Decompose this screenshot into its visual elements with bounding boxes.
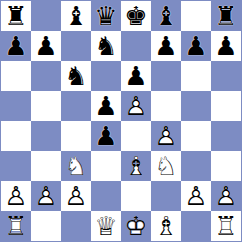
square-a7[interactable]: ♟ [1,31,31,61]
piece-glyph: ♟ [91,121,121,151]
square-e6[interactable]: ♟ [121,61,151,91]
piece-outline: ♔ [121,211,151,241]
piece-black-pawn[interactable]: ♟ [151,31,181,61]
piece-outline: ♘ [61,151,91,181]
square-c3[interactable]: ♞♘ [61,151,91,181]
square-e7[interactable] [121,31,151,61]
piece-glyph: ♟ [181,31,211,61]
piece-black-bishop[interactable]: ♝ [151,1,181,31]
piece-outline: ♙ [1,181,31,211]
square-g4[interactable] [181,121,211,151]
piece-glyph: ♞ [61,61,91,91]
piece-black-knight[interactable]: ♞ [91,31,121,61]
square-c8[interactable]: ♝ [61,1,91,31]
square-c2[interactable]: ♟♙ [61,181,91,211]
piece-black-pawn[interactable]: ♟ [91,91,121,121]
square-d2[interactable] [91,181,121,211]
square-h8[interactable]: ♜ [211,1,241,31]
square-c4[interactable] [61,121,91,151]
square-c7[interactable] [61,31,91,61]
piece-white-knight[interactable]: ♞♘ [151,151,181,181]
square-d8[interactable]: ♛ [91,1,121,31]
square-f6[interactable] [151,61,181,91]
square-b7[interactable]: ♟ [31,31,61,61]
piece-black-king[interactable]: ♚ [121,1,151,31]
square-g6[interactable] [181,61,211,91]
square-e1[interactable]: ♚♔ [121,211,151,241]
square-a8[interactable]: ♜ [1,1,31,31]
square-f8[interactable]: ♝ [151,1,181,31]
chess-board: ♜♝♛♚♝♜♟♟♞♟♟♟♞♟♟♟♙♟♟♙♞♘♝♗♞♘♟♙♟♙♟♙♟♙♟♙♜♖♛♕… [0,0,242,242]
piece-white-queen[interactable]: ♛♕ [91,211,121,241]
square-g8[interactable] [181,1,211,31]
square-e5[interactable]: ♟♙ [121,91,151,121]
square-g3[interactable] [181,151,211,181]
piece-glyph: ♟ [31,31,61,61]
piece-outline: ♖ [211,211,241,241]
piece-black-pawn[interactable]: ♟ [91,121,121,151]
square-c5[interactable] [61,91,91,121]
piece-black-rook[interactable]: ♜ [1,1,31,31]
piece-glyph: ♟ [121,61,151,91]
piece-glyph: ♞ [91,31,121,61]
piece-outline: ♙ [31,181,61,211]
piece-white-rook[interactable]: ♜♖ [1,211,31,241]
square-h4[interactable] [211,121,241,151]
square-b3[interactable] [31,151,61,181]
piece-glyph: ♜ [1,1,31,31]
piece-outline: ♕ [91,211,121,241]
piece-outline: ♙ [151,121,181,151]
piece-black-pawn[interactable]: ♟ [1,31,31,61]
square-b2[interactable]: ♟♙ [31,181,61,211]
square-d5[interactable]: ♟ [91,91,121,121]
piece-white-bishop[interactable]: ♝♗ [151,211,181,241]
piece-outline: ♙ [61,181,91,211]
piece-black-pawn[interactable]: ♟ [181,31,211,61]
piece-white-pawn[interactable]: ♟♙ [211,181,241,211]
piece-black-bishop[interactable]: ♝ [61,1,91,31]
square-c1[interactable] [61,211,91,241]
piece-glyph: ♟ [151,31,181,61]
square-b6[interactable] [31,61,61,91]
piece-white-bishop[interactable]: ♝♗ [121,151,151,181]
square-d3[interactable] [91,151,121,181]
square-g5[interactable] [181,91,211,121]
piece-white-pawn[interactable]: ♟♙ [61,181,91,211]
piece-glyph: ♚ [121,1,151,31]
piece-outline: ♗ [121,151,151,181]
square-a1[interactable]: ♜♖ [1,211,31,241]
piece-outline: ♖ [1,211,31,241]
square-a2[interactable]: ♟♙ [1,181,31,211]
square-a3[interactable] [1,151,31,181]
piece-black-queen[interactable]: ♛ [91,1,121,31]
piece-outline: ♘ [151,151,181,181]
square-b4[interactable] [31,121,61,151]
square-d1[interactable]: ♛♕ [91,211,121,241]
piece-outline: ♙ [181,181,211,211]
square-e4[interactable] [121,121,151,151]
square-a6[interactable] [1,61,31,91]
piece-white-pawn[interactable]: ♟♙ [151,121,181,151]
square-h7[interactable]: ♟ [211,31,241,61]
piece-black-pawn[interactable]: ♟ [31,31,61,61]
square-a4[interactable] [1,121,31,151]
piece-black-pawn[interactable]: ♟ [211,31,241,61]
square-a5[interactable] [1,91,31,121]
piece-glyph: ♛ [91,1,121,31]
piece-glyph: ♝ [151,1,181,31]
piece-outline: ♙ [211,181,241,211]
square-e8[interactable]: ♚ [121,1,151,31]
square-d4[interactable]: ♟ [91,121,121,151]
piece-outline: ♗ [151,211,181,241]
piece-black-rook[interactable]: ♜ [211,1,241,31]
square-g1[interactable] [181,211,211,241]
square-h6[interactable] [211,61,241,91]
square-f7[interactable]: ♟ [151,31,181,61]
square-f4[interactable]: ♟♙ [151,121,181,151]
square-h3[interactable] [211,151,241,181]
square-d6[interactable] [91,61,121,91]
square-g7[interactable]: ♟ [181,31,211,61]
square-e2[interactable] [121,181,151,211]
square-e3[interactable]: ♝♗ [121,151,151,181]
piece-glyph: ♟ [1,31,31,61]
piece-glyph: ♟ [211,31,241,61]
piece-glyph: ♜ [211,1,241,31]
piece-white-pawn[interactable]: ♟♙ [181,181,211,211]
piece-white-king[interactable]: ♚♔ [121,211,151,241]
piece-glyph: ♟ [91,91,121,121]
square-f3[interactable]: ♞♘ [151,151,181,181]
piece-outline: ♙ [121,91,151,121]
piece-white-pawn[interactable]: ♟♙ [31,181,61,211]
piece-black-pawn[interactable]: ♟ [121,61,151,91]
square-h5[interactable] [211,91,241,121]
square-d7[interactable]: ♞ [91,31,121,61]
square-f2[interactable] [151,181,181,211]
piece-white-rook[interactable]: ♜♖ [211,211,241,241]
piece-white-pawn[interactable]: ♟♙ [1,181,31,211]
piece-white-knight[interactable]: ♞♘ [61,151,91,181]
square-b5[interactable] [31,91,61,121]
square-c6[interactable]: ♞ [61,61,91,91]
piece-glyph: ♝ [61,1,91,31]
square-h1[interactable]: ♜♖ [211,211,241,241]
square-b1[interactable] [31,211,61,241]
square-f5[interactable] [151,91,181,121]
square-b8[interactable] [31,1,61,31]
square-h2[interactable]: ♟♙ [211,181,241,211]
square-g2[interactable]: ♟♙ [181,181,211,211]
piece-black-knight[interactable]: ♞ [61,61,91,91]
square-f1[interactable]: ♝♗ [151,211,181,241]
piece-white-pawn[interactable]: ♟♙ [121,91,151,121]
